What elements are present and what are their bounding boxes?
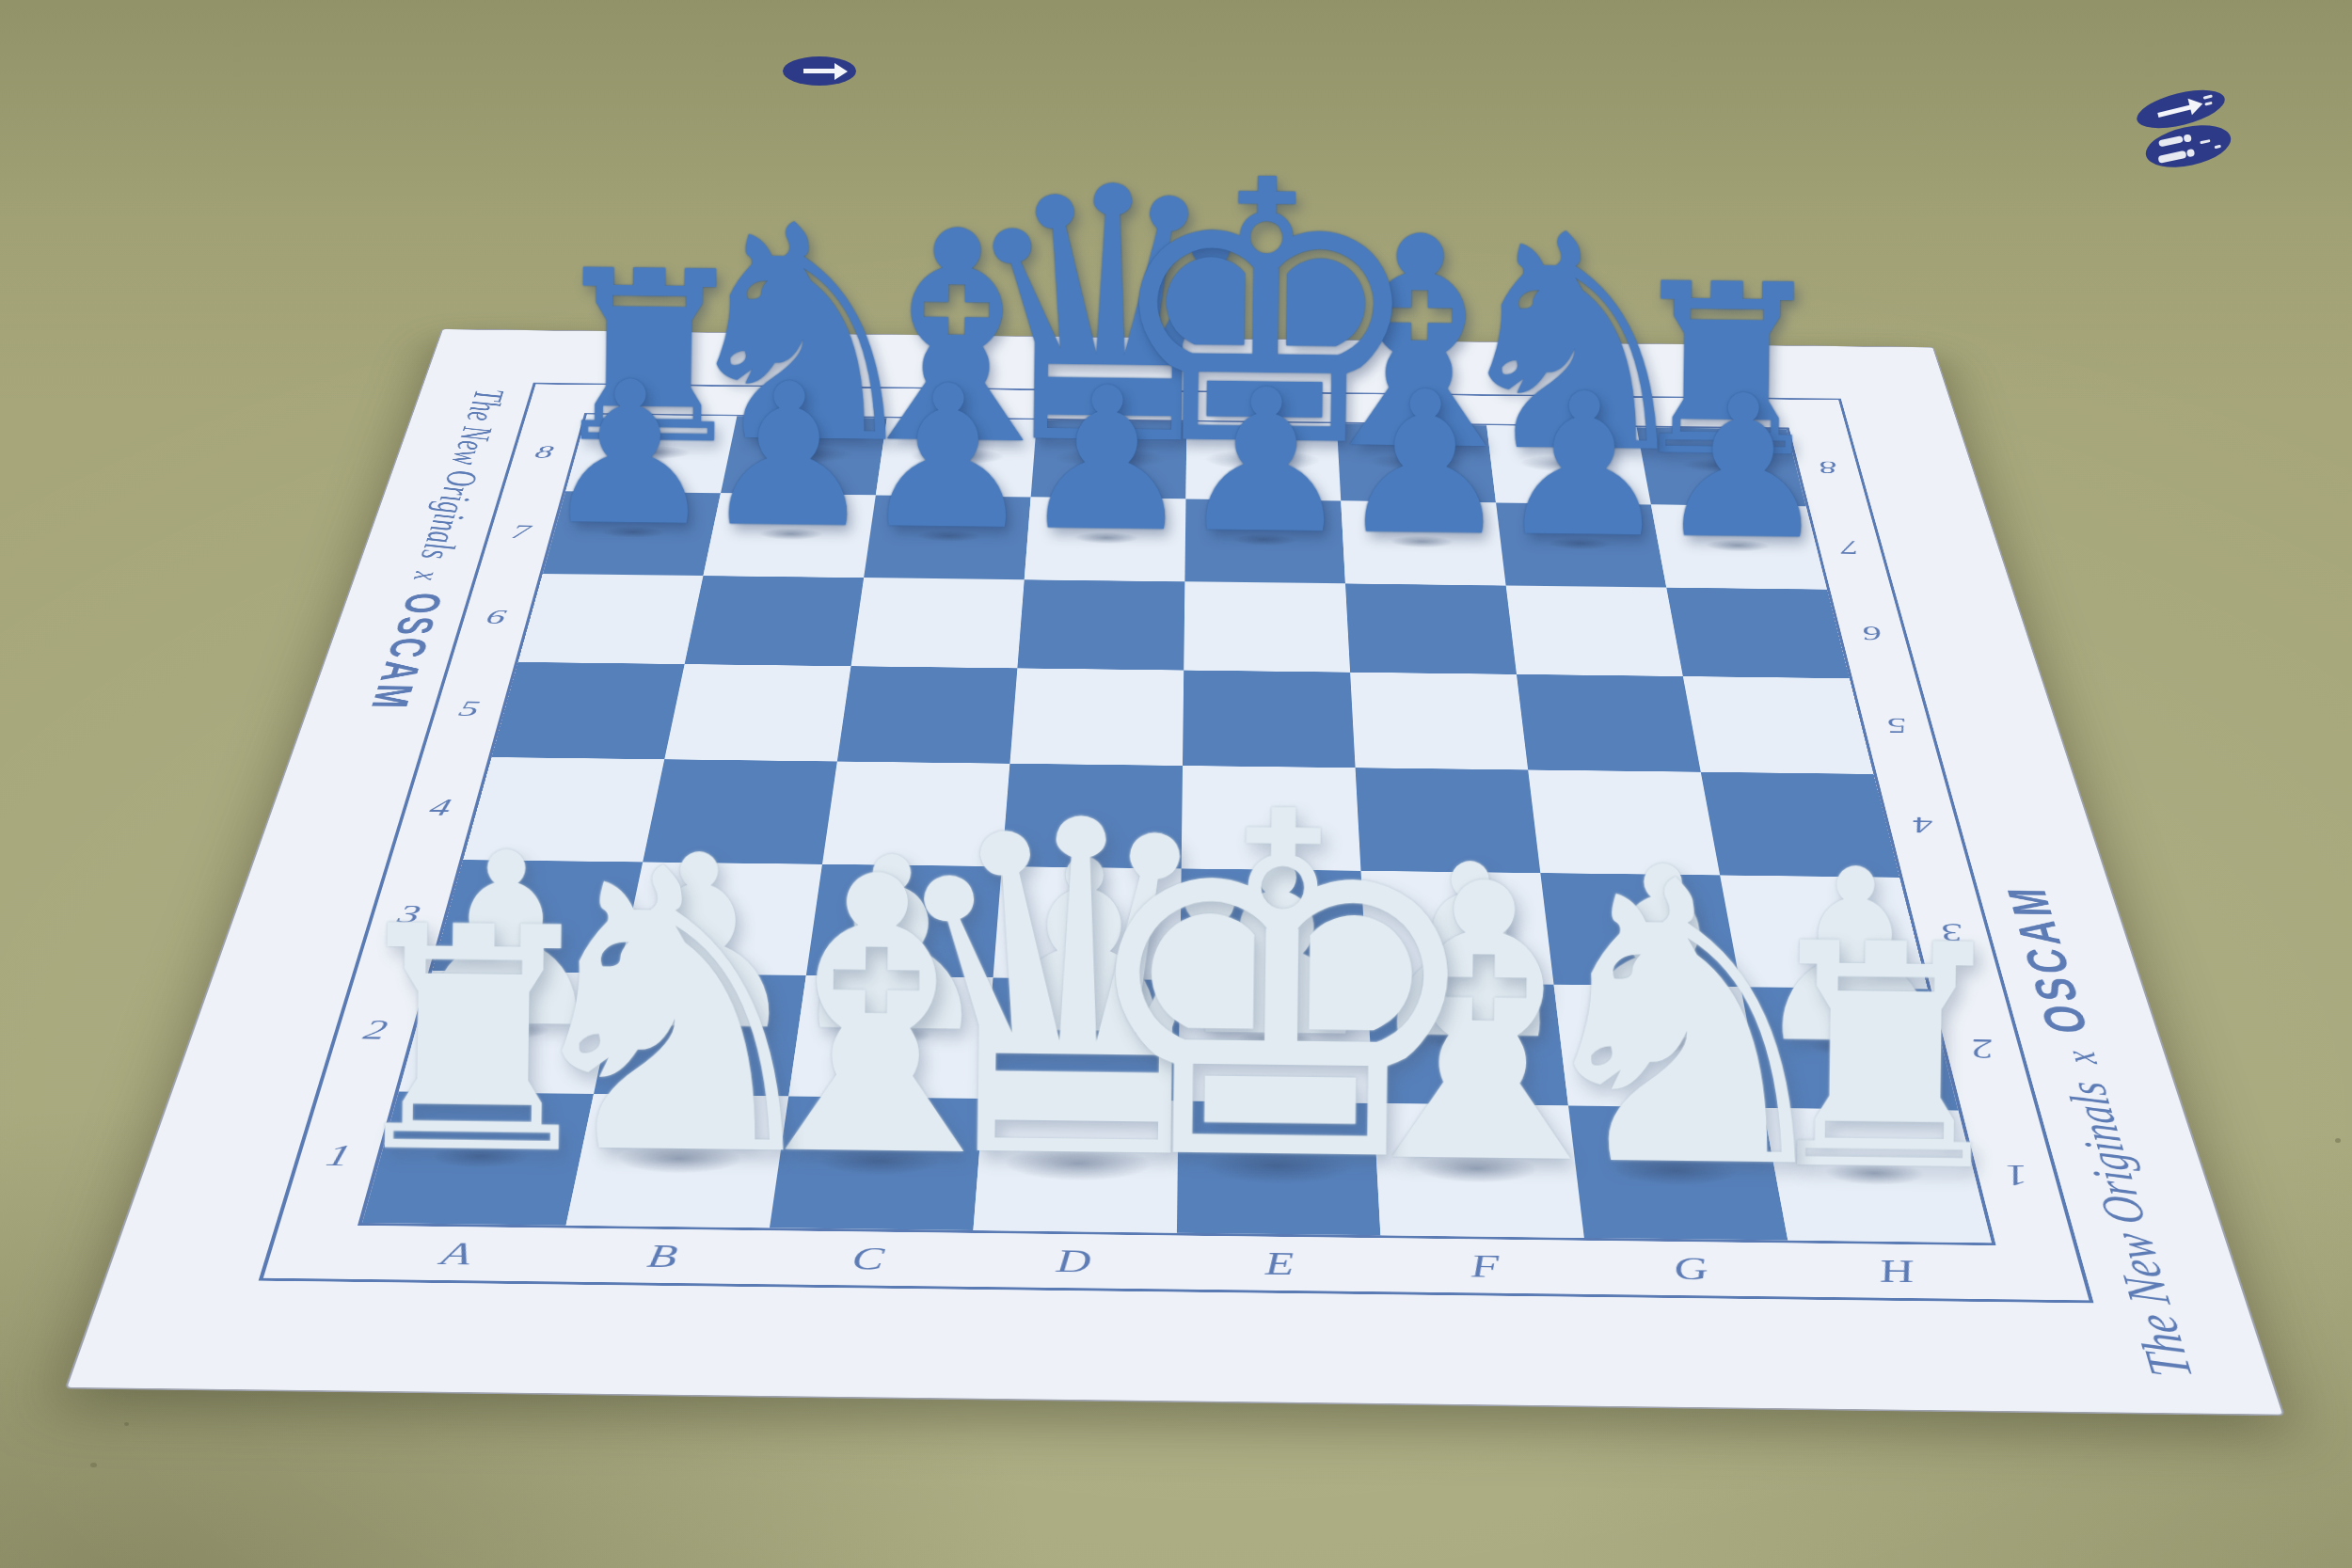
rank-label-left-5: 5 — [440, 694, 499, 722]
file-label-a: A — [421, 1232, 492, 1275]
piece-blue-pawn-g7[interactable]: ♟ — [1495, 367, 1674, 565]
square-b5[interactable] — [664, 664, 850, 761]
square-c6[interactable] — [851, 578, 1025, 668]
square-b6[interactable] — [685, 576, 865, 666]
brand-text-right-edge: The New OriginalsxOSCAM — [1993, 884, 2207, 1377]
square-h7[interactable]: ♟ — [1651, 504, 1827, 589]
floor-chess-scene: The New OriginalsxOSCAM The New Original… — [0, 0, 2352, 1568]
square-d6[interactable] — [1017, 579, 1184, 670]
rank-label-right-5: 5 — [1868, 711, 1926, 740]
rank-label-right-7: 7 — [1823, 535, 1876, 561]
brand-bold-text: OSCAM — [359, 593, 453, 712]
rank-label-left-6: 6 — [469, 604, 524, 630]
square-a7[interactable]: ♟ — [543, 491, 721, 576]
right-arrow-icon — [2157, 104, 2191, 118]
piece-blue-pawn-b7[interactable]: ♟ — [699, 356, 878, 555]
square-g1[interactable]: ♞ — [1568, 1106, 1788, 1241]
brand-serif-text: The New Originals — [2054, 1082, 2206, 1378]
piece-blue-pawn-c7[interactable]: ♟ — [859, 358, 1038, 557]
sticker-text-mark — [2204, 102, 2212, 106]
piece-white-knight-g1[interactable]: ♞ — [1509, 830, 1863, 1223]
floor-speck — [124, 1422, 129, 1426]
square-a6[interactable] — [518, 574, 704, 664]
brand-x-separator: x — [405, 571, 450, 580]
floor-speck — [2335, 1138, 2341, 1143]
piece-blue-pawn-e7[interactable]: ♟ — [1177, 362, 1356, 561]
square-h6[interactable] — [1666, 588, 1849, 679]
rank-label-right-6: 6 — [1845, 620, 1899, 646]
square-a5[interactable] — [492, 662, 685, 759]
file-label-b: B — [628, 1235, 696, 1277]
piece-white-king-e1[interactable]: ♚ — [1066, 750, 1497, 1228]
square-f6[interactable] — [1345, 583, 1517, 674]
brand-x-separator: x — [2053, 1051, 2106, 1064]
square-f7[interactable]: ♟ — [1341, 500, 1505, 585]
square-g5[interactable] — [1517, 674, 1701, 772]
file-label-d: D — [1042, 1240, 1104, 1282]
piece-blue-pawn-h7[interactable]: ♟ — [1654, 369, 1833, 567]
square-e1[interactable]: ♚ — [1177, 1101, 1380, 1236]
distance-mark — [2200, 139, 2210, 144]
square-c7[interactable]: ♟ — [864, 495, 1031, 579]
piece-blue-pawn-a7[interactable]: ♟ — [540, 355, 719, 553]
piece-blue-pawn-d7[interactable]: ♟ — [1018, 360, 1197, 559]
person-icon — [2158, 135, 2184, 147]
square-g6[interactable] — [1506, 585, 1683, 676]
square-g7[interactable]: ♟ — [1496, 502, 1666, 587]
brand-serif-text: The New Originals — [410, 389, 515, 560]
square-d7[interactable]: ♟ — [1025, 497, 1186, 581]
square-e6[interactable] — [1184, 581, 1350, 672]
brand-text-left-edge: The New OriginalsxOSCAM — [358, 389, 518, 712]
piece-white-knight-b1[interactable]: ♞ — [497, 817, 850, 1211]
square-b1[interactable]: ♞ — [566, 1094, 789, 1227]
arrow-sticker — [783, 56, 856, 86]
distance-mark — [2215, 145, 2221, 149]
person-icon — [2157, 150, 2186, 164]
file-label-f: F — [1454, 1245, 1518, 1288]
piece-blue-pawn-f7[interactable]: ♟ — [1336, 364, 1515, 562]
board-squares-grid: ♜♞♝♛♚♝♞♜♟♟♟♟♟♟♟♟♟♟♟♟♟♟♟♟♜♞♝♛♚♝♞♜ — [362, 415, 1992, 1243]
sticker-text-mark — [2203, 94, 2213, 99]
floor-speck — [90, 1463, 97, 1467]
square-e7[interactable]: ♟ — [1184, 499, 1345, 583]
right-arrow-icon — [803, 69, 835, 73]
square-b7[interactable]: ♟ — [704, 493, 876, 578]
file-label-e: E — [1248, 1243, 1310, 1285]
chess-board-mat: The New OriginalsxOSCAM The New Original… — [65, 329, 2285, 1417]
file-label-c: C — [835, 1238, 900, 1280]
file-label-h: H — [1862, 1250, 1931, 1292]
file-label-g: G — [1658, 1247, 1724, 1290]
square-h5[interactable] — [1683, 676, 1873, 774]
